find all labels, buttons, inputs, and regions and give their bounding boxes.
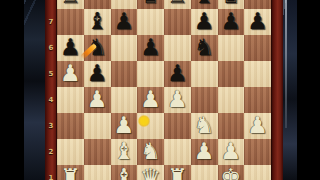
square-g4[interactable] <box>218 87 245 113</box>
rank-label-4: 4 <box>46 96 56 104</box>
square-e2[interactable] <box>164 139 191 165</box>
square-c3[interactable]: ♟ <box>111 113 138 139</box>
square-d7[interactable] <box>137 9 164 35</box>
square-f1[interactable] <box>191 165 218 180</box>
square-d8[interactable]: ♛ <box>137 0 164 9</box>
square-b1[interactable] <box>84 165 111 180</box>
black-pawn[interactable]: ♟ <box>140 34 161 60</box>
white-pawn[interactable]: ♟ <box>247 112 268 138</box>
black-bishop[interactable]: ♝ <box>194 0 215 8</box>
square-e8[interactable]: ♜ <box>164 0 191 9</box>
square-h4[interactable] <box>244 87 271 113</box>
marble-highlight-line <box>285 0 287 128</box>
white-rook[interactable]: ♜ <box>167 164 188 180</box>
black-pawn[interactable]: ♟ <box>167 60 188 86</box>
square-h5[interactable] <box>244 61 271 87</box>
square-g2[interactable]: ♟ <box>218 139 245 165</box>
square-d6[interactable]: ♟ <box>137 35 164 61</box>
square-a6[interactable]: ♟ <box>57 35 84 61</box>
square-h2[interactable] <box>244 139 271 165</box>
square-b2[interactable] <box>84 139 111 165</box>
square-h7[interactable]: ♟ <box>244 9 271 35</box>
square-g5[interactable] <box>218 61 245 87</box>
board-frame-right <box>271 0 283 180</box>
square-b3[interactable] <box>84 113 111 139</box>
square-h3[interactable]: ♟ <box>244 113 271 139</box>
square-d3[interactable] <box>137 113 164 139</box>
square-d4[interactable]: ♟ <box>137 87 164 113</box>
rank-label-1: 1 <box>46 174 56 180</box>
square-a2[interactable] <box>57 139 84 165</box>
white-king[interactable]: ♚ <box>221 164 242 180</box>
rank-label-6: 6 <box>46 44 56 52</box>
marble-background-left <box>24 0 45 180</box>
white-pawn[interactable]: ♟ <box>114 112 135 138</box>
black-pawn[interactable]: ♟ <box>60 34 81 60</box>
black-pawn[interactable]: ♟ <box>87 60 108 86</box>
rank-label-7: 7 <box>46 18 56 26</box>
square-d5[interactable] <box>137 61 164 87</box>
square-f2[interactable]: ♟ <box>191 139 218 165</box>
square-b7[interactable]: ♝ <box>84 9 111 35</box>
black-pawn[interactable]: ♟ <box>194 8 215 34</box>
square-f6[interactable]: ♞ <box>191 35 218 61</box>
rank-label-3: 3 <box>46 122 56 130</box>
rank-label-2: 2 <box>46 148 56 156</box>
square-c1[interactable]: ♝ <box>111 165 138 180</box>
square-e7[interactable] <box>164 9 191 35</box>
white-bishop[interactable]: ♝ <box>114 164 135 180</box>
chess-app-screenshot: 87654321 ♜♛♜♝♚♝♟♟♟♟♟♞♟♞♟♟♟♟♟♟♟♞♟♝♞♟♟♜♝♛♜… <box>0 0 320 180</box>
square-c7[interactable]: ♟ <box>111 9 138 35</box>
square-e3[interactable] <box>164 113 191 139</box>
square-f3[interactable]: ♞ <box>191 113 218 139</box>
square-g3[interactable] <box>218 113 245 139</box>
black-knight[interactable]: ♞ <box>194 34 215 60</box>
white-pawn[interactable]: ♟ <box>167 86 188 112</box>
black-bishop[interactable]: ♝ <box>87 8 108 34</box>
white-queen[interactable]: ♛ <box>140 164 161 180</box>
square-e1[interactable]: ♜ <box>164 165 191 180</box>
square-b6[interactable]: ♞ <box>84 35 111 61</box>
white-pawn[interactable]: ♟ <box>194 138 215 164</box>
square-d1[interactable]: ♛ <box>137 165 164 180</box>
square-a3[interactable] <box>57 113 84 139</box>
square-b4[interactable]: ♟ <box>84 87 111 113</box>
square-a4[interactable] <box>57 87 84 113</box>
white-bishop[interactable]: ♝ <box>114 138 135 164</box>
square-a7[interactable] <box>57 9 84 35</box>
square-f7[interactable]: ♟ <box>191 9 218 35</box>
white-knight[interactable]: ♞ <box>194 112 215 138</box>
black-king[interactable]: ♚ <box>221 0 242 8</box>
square-c2[interactable]: ♝ <box>111 139 138 165</box>
square-a8[interactable]: ♜ <box>57 0 84 9</box>
rank-label-5: 5 <box>46 70 56 78</box>
black-pawn[interactable]: ♟ <box>247 8 268 34</box>
chess-board[interactable]: ♜♛♜♝♚♝♟♟♟♟♟♞♟♞♟♟♟♟♟♟♟♞♟♝♞♟♟♜♝♛♜♚ <box>57 0 271 180</box>
white-pawn[interactable]: ♟ <box>221 138 242 164</box>
square-h6[interactable] <box>244 35 271 61</box>
square-e5[interactable]: ♟ <box>164 61 191 87</box>
black-pawn[interactable]: ♟ <box>114 8 135 34</box>
square-f4[interactable] <box>191 87 218 113</box>
square-g7[interactable]: ♟ <box>218 9 245 35</box>
square-g1[interactable]: ♚ <box>218 165 245 180</box>
square-e6[interactable] <box>164 35 191 61</box>
square-g6[interactable] <box>218 35 245 61</box>
black-rook[interactable]: ♜ <box>60 0 81 8</box>
square-a5[interactable]: ♟ <box>57 61 84 87</box>
square-f5[interactable] <box>191 61 218 87</box>
white-pawn[interactable]: ♟ <box>87 86 108 112</box>
square-c6[interactable] <box>111 35 138 61</box>
white-knight[interactable]: ♞ <box>140 138 161 164</box>
square-c4[interactable] <box>111 87 138 113</box>
black-queen[interactable]: ♛ <box>140 0 161 8</box>
square-e4[interactable]: ♟ <box>164 87 191 113</box>
square-h1[interactable] <box>244 165 271 180</box>
white-pawn[interactable]: ♟ <box>140 86 161 112</box>
black-pawn[interactable]: ♟ <box>221 8 242 34</box>
black-knight[interactable]: ♞ <box>87 34 108 60</box>
white-pawn[interactable]: ♟ <box>60 60 81 86</box>
square-a1[interactable]: ♜ <box>57 165 84 180</box>
square-d2[interactable]: ♞ <box>137 139 164 165</box>
black-rook[interactable]: ♜ <box>167 0 188 8</box>
white-rook[interactable]: ♜ <box>60 164 81 180</box>
square-b5[interactable]: ♟ <box>84 61 111 87</box>
square-c5[interactable] <box>111 61 138 87</box>
